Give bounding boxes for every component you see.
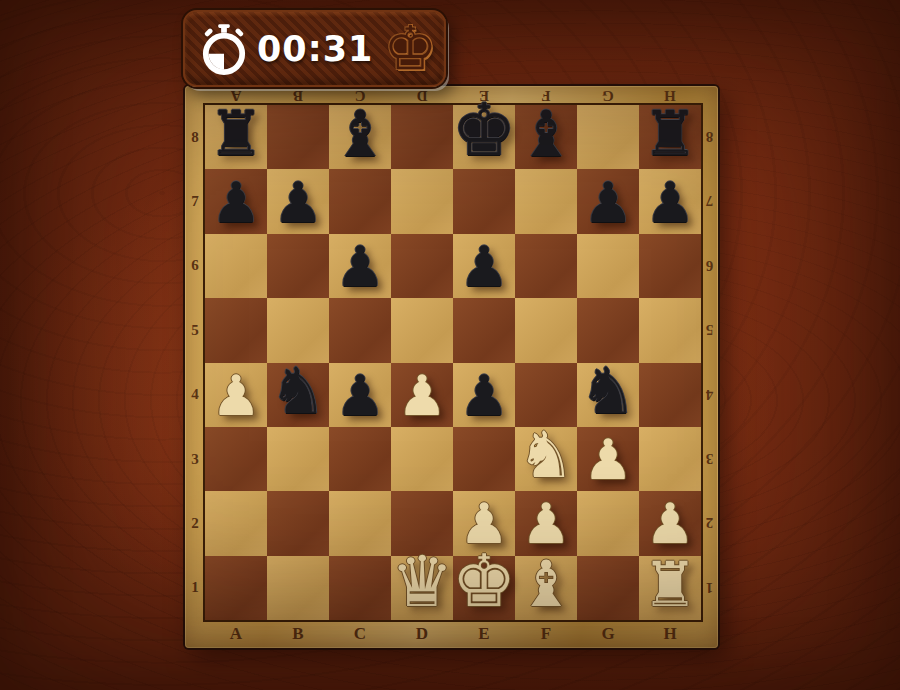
rank-label-left-1: 1 <box>185 556 205 620</box>
square-h6[interactable] <box>639 234 701 298</box>
square-b2[interactable] <box>267 491 329 555</box>
file-label-bottom-c: C <box>329 620 391 648</box>
rank-label-left-4: 4 <box>185 363 205 427</box>
square-f7[interactable] <box>515 169 577 233</box>
chess-board: ABCDEFGH ABCDEFGH 87654321 87654321 ♜♝♚♝… <box>185 86 718 648</box>
square-a6[interactable] <box>205 234 267 298</box>
piece-black-knight[interactable]: ♞ <box>267 333 329 427</box>
file-label-top-g: G <box>577 86 639 105</box>
square-h5[interactable] <box>639 298 701 362</box>
square-g6[interactable] <box>577 234 639 298</box>
file-label-bottom-b: B <box>267 620 329 648</box>
square-f5[interactable] <box>515 298 577 362</box>
piece-white-queen[interactable]: ♛ <box>391 526 453 620</box>
square-c2[interactable] <box>329 491 391 555</box>
square-b6[interactable] <box>267 234 329 298</box>
piece-black-pawn[interactable]: ♟ <box>329 204 391 298</box>
timer-display: 00:31 <box>257 29 373 69</box>
piece-white-king[interactable]: ♚ <box>453 526 515 620</box>
file-label-top-b: B <box>267 86 329 105</box>
rank-label-left-8: 8 <box>185 105 205 169</box>
square-d6[interactable] <box>391 234 453 298</box>
timer-panel: 00:31 ♚ <box>183 10 446 87</box>
file-label-bottom-d: D <box>391 620 453 648</box>
rank-label-left-5: 5 <box>185 298 205 362</box>
piece-black-king[interactable]: ♚ <box>453 75 515 169</box>
square-c3[interactable] <box>329 427 391 491</box>
square-c1[interactable] <box>329 556 391 620</box>
rank-label-left-6: 6 <box>185 234 205 298</box>
file-label-bottom-g: G <box>577 620 639 648</box>
square-a3[interactable] <box>205 427 267 491</box>
stopwatch-icon <box>201 23 247 77</box>
file-label-top-d: D <box>391 86 453 105</box>
rank-label-right-3: 3 <box>701 427 718 491</box>
square-b1[interactable] <box>267 556 329 620</box>
rank-label-right-1: 1 <box>701 556 718 620</box>
rank-label-right-7: 7 <box>701 169 718 233</box>
piece-black-pawn[interactable]: ♟ <box>453 204 515 298</box>
square-d3[interactable] <box>391 427 453 491</box>
rank-label-left-7: 7 <box>185 169 205 233</box>
piece-white-rook[interactable]: ♜ <box>639 526 701 620</box>
piece-white-pawn[interactable]: ♟ <box>205 333 267 427</box>
file-label-bottom-h: H <box>639 620 701 648</box>
square-f6[interactable] <box>515 234 577 298</box>
square-a2[interactable] <box>205 491 267 555</box>
rank-label-left-2: 2 <box>185 491 205 555</box>
square-d8[interactable] <box>391 105 453 169</box>
king-icon: ♚ <box>383 18 437 78</box>
piece-black-pawn[interactable]: ♟ <box>205 140 267 234</box>
file-label-bottom-a: A <box>205 620 267 648</box>
square-g1[interactable] <box>577 556 639 620</box>
file-label-bottom-f: F <box>515 620 577 648</box>
square-a1[interactable] <box>205 556 267 620</box>
piece-black-pawn[interactable]: ♟ <box>267 140 329 234</box>
rank-labels-left: 87654321 <box>185 105 205 620</box>
piece-black-pawn[interactable]: ♟ <box>329 333 391 427</box>
piece-black-bishop[interactable]: ♝ <box>329 75 391 169</box>
square-h4[interactable] <box>639 363 701 427</box>
file-labels-bottom: ABCDEFGH <box>205 620 701 648</box>
piece-white-pawn[interactable]: ♟ <box>391 333 453 427</box>
rank-labels-right: 87654321 <box>701 105 718 620</box>
piece-black-pawn[interactable]: ♟ <box>577 140 639 234</box>
piece-black-pawn[interactable]: ♟ <box>453 333 515 427</box>
square-g2[interactable] <box>577 491 639 555</box>
file-label-bottom-e: E <box>453 620 515 648</box>
board-squares: ♜♝♚♝♜♟♟♟♟♟♟♟♞♟♟♟♞♞♟♟♟♟♛♚♝♜ <box>205 105 701 620</box>
square-d7[interactable] <box>391 169 453 233</box>
rank-label-right-2: 2 <box>701 491 718 555</box>
rank-label-right-8: 8 <box>701 105 718 169</box>
square-b3[interactable] <box>267 427 329 491</box>
rank-label-right-4: 4 <box>701 363 718 427</box>
rank-label-right-5: 5 <box>701 298 718 362</box>
piece-white-pawn[interactable]: ♟ <box>577 397 639 491</box>
rank-label-left-3: 3 <box>185 427 205 491</box>
piece-black-pawn[interactable]: ♟ <box>639 140 701 234</box>
piece-white-bishop[interactable]: ♝ <box>515 526 577 620</box>
piece-black-bishop[interactable]: ♝ <box>515 75 577 169</box>
rank-label-right-6: 6 <box>701 234 718 298</box>
